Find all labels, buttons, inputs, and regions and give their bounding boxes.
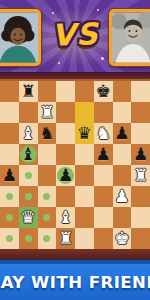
square-e5[interactable] xyxy=(75,144,94,165)
player-right-avatar[interactable] xyxy=(109,9,150,66)
square-c8[interactable] xyxy=(38,81,57,102)
sparkle-icon xyxy=(101,57,104,60)
move-dot xyxy=(43,214,50,221)
square-h8[interactable] xyxy=(131,81,150,102)
square-c3[interactable] xyxy=(38,186,57,207)
square-h1[interactable] xyxy=(131,228,150,249)
black-bishop: ♝ xyxy=(19,144,38,165)
black-queen: ♛ xyxy=(75,123,94,144)
square-f4[interactable] xyxy=(94,165,113,186)
black-rook: ♜ xyxy=(19,81,38,102)
square-g2[interactable] xyxy=(113,207,132,228)
square-a8[interactable] xyxy=(0,81,19,102)
man-black-white-photo xyxy=(112,12,150,63)
square-d4[interactable]: ♟ xyxy=(56,165,75,186)
square-h7[interactable] xyxy=(131,102,150,123)
white-rook: ♜ xyxy=(38,102,57,123)
square-c6[interactable]: ♞ xyxy=(38,123,57,144)
square-e2[interactable] xyxy=(75,207,94,228)
square-h4[interactable]: ♜ xyxy=(131,165,150,186)
square-a3[interactable] xyxy=(0,186,19,207)
black-pawn: ♟ xyxy=(94,144,113,165)
square-f8[interactable]: ♚ xyxy=(94,81,113,102)
square-e1[interactable] xyxy=(75,228,94,249)
square-b7[interactable] xyxy=(19,102,38,123)
white-queen: ♛ xyxy=(19,207,38,228)
move-dot xyxy=(43,235,50,242)
board-frame-top xyxy=(0,72,150,81)
square-d7[interactable] xyxy=(56,102,75,123)
square-g4[interactable] xyxy=(113,165,132,186)
square-f7[interactable] xyxy=(94,102,113,123)
move-dot xyxy=(25,193,32,200)
square-b6[interactable]: ♝ xyxy=(19,123,38,144)
square-g7[interactable] xyxy=(113,102,132,123)
square-d6[interactable] xyxy=(56,123,75,144)
white-pawn: ♟ xyxy=(113,186,132,207)
white-bishop: ♝ xyxy=(19,123,38,144)
square-e4[interactable] xyxy=(75,165,94,186)
square-a6[interactable] xyxy=(0,123,19,144)
move-dot xyxy=(25,235,32,242)
square-d3[interactable] xyxy=(56,186,75,207)
chess-board: ♜♚♜♝♞♛♞♟♝♟♟♟♟♜♟♛♝♜♚ xyxy=(0,81,150,249)
square-d2[interactable]: ♝ xyxy=(56,207,75,228)
banner-label: PLAY WITH FRIENDS xyxy=(0,273,150,292)
white-king: ♚ xyxy=(113,228,132,249)
square-b4[interactable] xyxy=(19,165,38,186)
play-with-friends-banner[interactable]: PLAY WITH FRIENDS xyxy=(0,260,150,300)
move-dot xyxy=(43,193,50,200)
app-screen: VS ♜♚♜♝♞♛♞♟♝♟♟♟♟♜♟♛♝♜♚ PLAY WITH FRIENDS xyxy=(0,0,150,300)
sparkle-icon xyxy=(52,12,54,14)
square-a1[interactable] xyxy=(0,228,19,249)
square-e3[interactable] xyxy=(75,186,94,207)
black-king: ♚ xyxy=(94,81,113,102)
square-g5[interactable] xyxy=(113,144,132,165)
square-b2[interactable]: ♛ xyxy=(19,207,38,228)
vs-banner: VS xyxy=(0,0,150,72)
sparkle-icon xyxy=(58,62,60,64)
white-knight: ♞ xyxy=(94,123,113,144)
square-b8[interactable]: ♜ xyxy=(19,81,38,102)
square-g3[interactable]: ♟ xyxy=(113,186,132,207)
square-f3[interactable] xyxy=(94,186,113,207)
square-g6[interactable]: ♟ xyxy=(113,123,132,144)
square-d5[interactable] xyxy=(56,144,75,165)
square-h3[interactable] xyxy=(131,186,150,207)
square-h2[interactable] xyxy=(131,207,150,228)
square-e6[interactable]: ♛ xyxy=(75,123,94,144)
square-g1[interactable]: ♚ xyxy=(113,228,132,249)
black-pawn: ♟ xyxy=(131,144,150,165)
square-h6[interactable] xyxy=(131,123,150,144)
square-h5[interactable]: ♟ xyxy=(131,144,150,165)
sparkle-icon xyxy=(97,9,99,11)
square-a5[interactable] xyxy=(0,144,19,165)
black-pawn: ♟ xyxy=(56,165,75,186)
move-dot xyxy=(6,235,13,242)
move-dot xyxy=(6,214,13,221)
move-dot xyxy=(6,193,13,200)
square-b5[interactable]: ♝ xyxy=(19,144,38,165)
black-pawn: ♟ xyxy=(0,165,19,186)
square-f2[interactable] xyxy=(94,207,113,228)
square-c2[interactable] xyxy=(38,207,57,228)
square-b3[interactable] xyxy=(19,186,38,207)
board-frame-bottom xyxy=(0,249,150,260)
square-f1[interactable] xyxy=(94,228,113,249)
square-c7[interactable]: ♜ xyxy=(38,102,57,123)
square-c1[interactable] xyxy=(38,228,57,249)
black-pawn: ♟ xyxy=(113,123,132,144)
square-c4[interactable] xyxy=(38,165,57,186)
square-a2[interactable] xyxy=(0,207,19,228)
square-d1[interactable]: ♜ xyxy=(56,228,75,249)
black-knight: ♞ xyxy=(38,123,57,144)
square-e7[interactable] xyxy=(75,102,94,123)
square-d8[interactable] xyxy=(56,81,75,102)
white-rook: ♜ xyxy=(131,165,150,186)
square-a4[interactable]: ♟ xyxy=(0,165,19,186)
square-a7[interactable] xyxy=(0,102,19,123)
square-b1[interactable] xyxy=(19,228,38,249)
square-f5[interactable]: ♟ xyxy=(94,144,113,165)
square-f6[interactable]: ♞ xyxy=(94,123,113,144)
white-bishop: ♝ xyxy=(56,207,75,228)
move-dot xyxy=(25,172,32,179)
square-e8[interactable] xyxy=(75,81,94,102)
white-rook: ♜ xyxy=(56,228,75,249)
square-g8[interactable] xyxy=(113,81,132,102)
square-c5[interactable] xyxy=(38,144,57,165)
